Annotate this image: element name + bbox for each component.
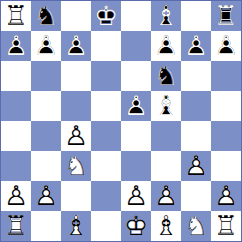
piece-black-pawn[interactable]: ♟♙	[151, 31, 181, 61]
piece-white-bishop[interactable]: ♝♗	[61, 211, 91, 241]
white-bishop-glyph-outline: ♗	[151, 211, 181, 241]
white-rook-glyph-fill: ♜	[1, 1, 31, 31]
square-d6[interactable]	[91, 61, 121, 91]
white-rook-glyph-outline: ♖	[1, 211, 31, 241]
square-e2[interactable]: ♟♙	[121, 181, 151, 211]
square-b2[interactable]: ♟♙	[31, 181, 61, 211]
square-d4[interactable]	[91, 121, 121, 151]
piece-black-pawn[interactable]: ♟♙	[31, 31, 61, 61]
square-g3[interactable]: ♟♙	[181, 151, 211, 181]
square-f2[interactable]: ♟♙	[151, 181, 181, 211]
square-e1[interactable]: ♚♔	[121, 211, 151, 241]
white-pawn-glyph-outline: ♙	[61, 121, 91, 151]
square-b4[interactable]	[31, 121, 61, 151]
square-h6[interactable]	[211, 61, 241, 91]
square-a8[interactable]: ♜♖	[1, 1, 31, 31]
piece-white-knight[interactable]: ♞♘	[61, 151, 91, 181]
black-pawn-glyph-outline: ♙	[31, 31, 61, 61]
square-d5[interactable]	[91, 91, 121, 121]
white-pawn-glyph-fill: ♟	[181, 151, 211, 181]
black-bishop-glyph-outline: ♗	[151, 1, 181, 31]
white-knight-glyph-outline: ♘	[181, 211, 211, 241]
square-g8[interactable]	[181, 1, 211, 31]
black-pawn-glyph-fill: ♟	[31, 31, 61, 61]
black-pawn-glyph-outline: ♙	[61, 31, 91, 61]
piece-white-bishop[interactable]: ♝♗	[151, 211, 181, 241]
square-h2[interactable]: ♟♙	[211, 181, 241, 211]
white-bishop-glyph-outline: ♗	[61, 211, 91, 241]
piece-black-pawn[interactable]: ♟♙	[181, 31, 211, 61]
black-pawn-glyph-fill: ♟	[61, 31, 91, 61]
piece-white-pawn[interactable]: ♟♙	[31, 181, 61, 211]
white-pawn-glyph-fill: ♟	[1, 181, 31, 211]
white-king-glyph-outline: ♔	[121, 211, 151, 241]
white-knight-glyph-fill: ♞	[181, 211, 211, 241]
square-d7[interactable]	[91, 31, 121, 61]
white-pawn-glyph-fill: ♟	[31, 181, 61, 211]
black-bishop-glyph-outline: ♗	[151, 91, 181, 121]
square-b1[interactable]	[31, 211, 61, 241]
square-c1[interactable]: ♝♗	[61, 211, 91, 241]
square-h7[interactable]: ♟♙	[211, 31, 241, 61]
black-king-glyph-outline: ♔	[91, 1, 121, 31]
square-a2[interactable]: ♟♙	[1, 181, 31, 211]
square-e4[interactable]	[121, 121, 151, 151]
white-pawn-glyph-outline: ♙	[121, 181, 151, 211]
piece-white-pawn[interactable]: ♟♙	[121, 181, 151, 211]
black-pawn-glyph-fill: ♟	[1, 31, 31, 61]
square-e8[interactable]	[121, 1, 151, 31]
square-f1[interactable]: ♝♗	[151, 211, 181, 241]
piece-white-rook[interactable]: ♜♖	[211, 211, 241, 241]
white-bishop-glyph-fill: ♝	[61, 211, 91, 241]
black-pawn-glyph-fill: ♟	[121, 91, 151, 121]
black-pawn-glyph-outline: ♙	[181, 31, 211, 61]
square-h8[interactable]: ♜♖	[211, 1, 241, 31]
piece-white-pawn[interactable]: ♟♙	[61, 121, 91, 151]
square-e6[interactable]	[121, 61, 151, 91]
white-rook-glyph-fill: ♜	[1, 211, 31, 241]
square-g1[interactable]: ♞♘	[181, 211, 211, 241]
square-f7[interactable]: ♟♙	[151, 31, 181, 61]
square-c7[interactable]: ♟♙	[61, 31, 91, 61]
black-knight-glyph-fill: ♞	[31, 1, 61, 31]
black-bishop-glyph-fill: ♝	[151, 91, 181, 121]
black-pawn-glyph-fill: ♟	[181, 31, 211, 61]
white-pawn-glyph-fill: ♟	[151, 181, 181, 211]
white-pawn-glyph-outline: ♙	[151, 181, 181, 211]
white-knight-glyph-outline: ♘	[61, 151, 91, 181]
black-bishop-glyph-fill: ♝	[151, 1, 181, 31]
square-a7[interactable]: ♟♙	[1, 31, 31, 61]
square-e7[interactable]	[121, 31, 151, 61]
square-f4[interactable]	[151, 121, 181, 151]
square-c5[interactable]	[61, 91, 91, 121]
square-e5[interactable]: ♟♙	[121, 91, 151, 121]
square-f8[interactable]: ♝♗	[151, 1, 181, 31]
piece-white-rook[interactable]: ♜♖	[1, 1, 31, 31]
square-b7[interactable]: ♟♙	[31, 31, 61, 61]
square-d2[interactable]	[91, 181, 121, 211]
square-h1[interactable]: ♜♖	[211, 211, 241, 241]
square-g7[interactable]: ♟♙	[181, 31, 211, 61]
piece-black-pawn[interactable]: ♟♙	[121, 91, 151, 121]
black-pawn-glyph-outline: ♙	[211, 31, 241, 61]
square-e3[interactable]	[121, 151, 151, 181]
white-pawn-glyph-outline: ♙	[1, 181, 31, 211]
square-d1[interactable]	[91, 211, 121, 241]
square-h3[interactable]	[211, 151, 241, 181]
piece-white-pawn[interactable]: ♟♙	[181, 151, 211, 181]
piece-white-pawn[interactable]: ♟♙	[151, 181, 181, 211]
square-a3[interactable]	[1, 151, 31, 181]
piece-white-rook[interactable]: ♜♖	[1, 211, 31, 241]
square-a6[interactable]	[1, 61, 31, 91]
piece-white-pawn[interactable]: ♟♙	[1, 181, 31, 211]
white-rook-glyph-outline: ♖	[211, 211, 241, 241]
piece-black-king[interactable]: ♚♔	[91, 1, 121, 31]
black-pawn-glyph-outline: ♙	[1, 31, 31, 61]
white-bishop-glyph-fill: ♝	[151, 211, 181, 241]
square-c4[interactable]: ♟♙	[61, 121, 91, 151]
piece-white-king[interactable]: ♚♔	[121, 211, 151, 241]
white-pawn-glyph-fill: ♟	[121, 181, 151, 211]
square-a5[interactable]	[1, 91, 31, 121]
chess-board: ♜♖♞♘♚♔♝♗♜♖♟♙♟♙♟♙♟♙♟♙♟♙♞♘♟♙♝♗♟♙♞♘♟♙♟♙♟♙♟♙…	[0, 0, 242, 242]
square-a1[interactable]: ♜♖	[1, 211, 31, 241]
square-g2[interactable]	[181, 181, 211, 211]
piece-black-knight[interactable]: ♞♘	[31, 1, 61, 31]
piece-black-pawn[interactable]: ♟♙	[61, 31, 91, 61]
piece-black-bishop[interactable]: ♝♗	[151, 1, 181, 31]
black-knight-glyph-outline: ♘	[151, 61, 181, 91]
piece-white-pawn[interactable]: ♟♙	[211, 181, 241, 211]
square-g4[interactable]	[181, 121, 211, 151]
white-rook-glyph-outline: ♖	[1, 1, 31, 31]
square-b6[interactable]	[31, 61, 61, 91]
square-b5[interactable]	[31, 91, 61, 121]
black-pawn-glyph-outline: ♙	[121, 91, 151, 121]
black-knight-glyph-outline: ♘	[31, 1, 61, 31]
black-rook-glyph-fill: ♜	[211, 1, 241, 31]
black-knight-glyph-fill: ♞	[151, 61, 181, 91]
black-pawn-glyph-fill: ♟	[151, 31, 181, 61]
white-knight-glyph-fill: ♞	[61, 151, 91, 181]
white-pawn-glyph-fill: ♟	[211, 181, 241, 211]
square-c6[interactable]	[61, 61, 91, 91]
white-pawn-glyph-outline: ♙	[211, 181, 241, 211]
square-h5[interactable]	[211, 91, 241, 121]
white-pawn-glyph-outline: ♙	[181, 151, 211, 181]
white-king-glyph-fill: ♚	[121, 211, 151, 241]
square-g6[interactable]	[181, 61, 211, 91]
white-pawn-glyph-fill: ♟	[61, 121, 91, 151]
piece-black-pawn[interactable]: ♟♙	[1, 31, 31, 61]
square-g5[interactable]	[181, 91, 211, 121]
square-b3[interactable]	[31, 151, 61, 181]
square-f3[interactable]	[151, 151, 181, 181]
square-f5[interactable]: ♝♗	[151, 91, 181, 121]
black-pawn-glyph-fill: ♟	[211, 31, 241, 61]
square-b8[interactable]: ♞♘	[31, 1, 61, 31]
piece-black-rook[interactable]: ♜♖	[211, 1, 241, 31]
black-rook-glyph-outline: ♖	[211, 1, 241, 31]
square-c3[interactable]: ♞♘	[61, 151, 91, 181]
square-h4[interactable]	[211, 121, 241, 151]
square-f6[interactable]: ♞♘	[151, 61, 181, 91]
black-king-glyph-fill: ♚	[91, 1, 121, 31]
piece-white-knight[interactable]: ♞♘	[181, 211, 211, 241]
square-d8[interactable]: ♚♔	[91, 1, 121, 31]
piece-black-bishop[interactable]: ♝♗	[151, 91, 181, 121]
white-pawn-glyph-outline: ♙	[31, 181, 61, 211]
white-rook-glyph-fill: ♜	[211, 211, 241, 241]
square-d3[interactable]	[91, 151, 121, 181]
piece-black-pawn[interactable]: ♟♙	[211, 31, 241, 61]
black-pawn-glyph-outline: ♙	[151, 31, 181, 61]
square-c8[interactable]	[61, 1, 91, 31]
piece-black-knight[interactable]: ♞♘	[151, 61, 181, 91]
square-c2[interactable]	[61, 181, 91, 211]
square-a4[interactable]	[1, 121, 31, 151]
